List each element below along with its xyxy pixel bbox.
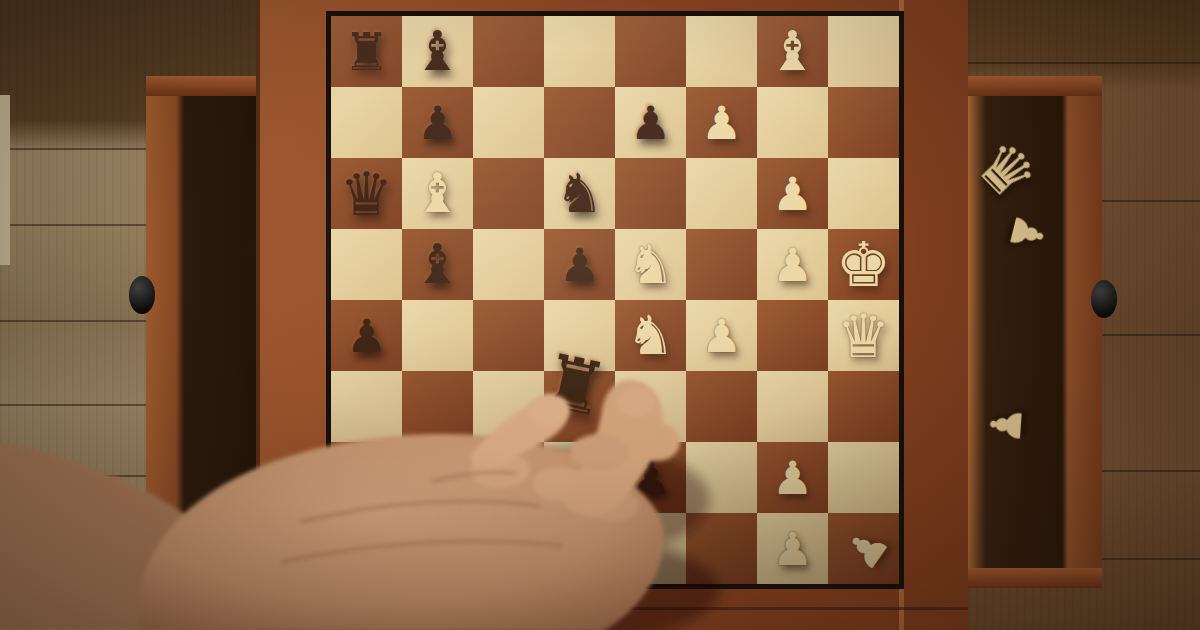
square-b7[interactable]: ♟: [402, 87, 473, 158]
white-pawn-g6[interactable]: ♟: [772, 171, 813, 217]
square-h8[interactable]: [828, 16, 899, 87]
square-e5[interactable]: ♞: [615, 229, 686, 300]
white-pawn-f4[interactable]: ♟: [701, 313, 742, 359]
black-bishop-b8[interactable]: ♝: [413, 24, 462, 79]
square-h1[interactable]: ♟: [828, 513, 899, 584]
black-pawn-e2[interactable]: ♟: [630, 455, 671, 501]
square-e7[interactable]: ♟: [615, 87, 686, 158]
square-c6[interactable]: [473, 158, 544, 229]
black-rook-a8[interactable]: ♜: [343, 26, 390, 78]
square-b4[interactable]: [402, 300, 473, 371]
square-b2[interactable]: [402, 442, 473, 513]
square-b1[interactable]: [402, 513, 473, 584]
black-pawn-b7[interactable]: ♟: [417, 100, 458, 146]
square-h4[interactable]: ♛: [828, 300, 899, 371]
right-drawer-edge: [968, 76, 1102, 96]
square-h6[interactable]: [828, 158, 899, 229]
table-wood-highlight: [0, 95, 10, 265]
square-c2[interactable]: [473, 442, 544, 513]
captured-white-pawn[interactable]: ♟: [985, 405, 1030, 445]
square-a8[interactable]: ♜: [331, 16, 402, 87]
square-e2[interactable]: ♟: [615, 442, 686, 513]
square-b6[interactable]: ♝: [402, 158, 473, 229]
square-c5[interactable]: [473, 229, 544, 300]
square-g2[interactable]: ♟: [757, 442, 828, 513]
board-border: ♜♝♝♟♟♟♛♝♞♟♝♟♞♟♚♟♞♟♛♟♟♟♟: [326, 11, 904, 589]
white-pawn-h1[interactable]: ♟: [838, 520, 897, 578]
square-d1[interactable]: [544, 513, 615, 584]
chess-board: ♜♝♝♟♟♟♛♝♞♟♝♟♞♟♚♟♞♟♛♟♟♟♟: [331, 16, 899, 584]
square-g1[interactable]: ♟: [757, 513, 828, 584]
right-drawer-knob[interactable]: [1091, 280, 1117, 318]
square-h7[interactable]: [828, 87, 899, 158]
black-pawn-d5[interactable]: ♟: [559, 242, 600, 288]
square-c4[interactable]: [473, 300, 544, 371]
square-f4[interactable]: ♟: [686, 300, 757, 371]
square-a7[interactable]: [331, 87, 402, 158]
square-c1[interactable]: [473, 513, 544, 584]
square-h5[interactable]: ♚: [828, 229, 899, 300]
square-d8[interactable]: [544, 16, 615, 87]
square-a3[interactable]: [331, 371, 402, 442]
square-g7[interactable]: [757, 87, 828, 158]
white-bishop-g8[interactable]: ♝: [768, 24, 817, 79]
white-pawn-g2[interactable]: ♟: [772, 455, 813, 501]
square-c3[interactable]: [473, 371, 544, 442]
square-f8[interactable]: [686, 16, 757, 87]
chess-box: ♜♝♝♟♟♟♛♝♞♟♝♟♞♟♚♟♞♟♛♟♟♟♟: [256, 0, 968, 630]
left-drawer-knob[interactable]: [129, 276, 155, 314]
square-h3[interactable]: [828, 371, 899, 442]
square-g8[interactable]: ♝: [757, 16, 828, 87]
square-g3[interactable]: [757, 371, 828, 442]
square-d6[interactable]: ♞: [544, 158, 615, 229]
square-a4[interactable]: ♟: [331, 300, 402, 371]
square-f6[interactable]: [686, 158, 757, 229]
square-b5[interactable]: ♝: [402, 229, 473, 300]
white-knight-e5[interactable]: ♞: [626, 238, 674, 292]
square-e3[interactable]: [615, 371, 686, 442]
square-f5[interactable]: [686, 229, 757, 300]
square-g6[interactable]: ♟: [757, 158, 828, 229]
square-h2[interactable]: [828, 442, 899, 513]
black-pawn-a4[interactable]: ♟: [346, 313, 387, 359]
square-g4[interactable]: [757, 300, 828, 371]
white-bishop-b6[interactable]: ♝: [413, 166, 462, 221]
scene: ♛ ♟ ♟ ♜♝♝♟♟♟♛♝♞♟♝♟♞♟♚♟♞♟♛♟♟♟♟: [0, 0, 1200, 630]
square-c8[interactable]: [473, 16, 544, 87]
square-e4[interactable]: ♞: [615, 300, 686, 371]
left-drawer[interactable]: [146, 76, 258, 588]
white-king-h5[interactable]: ♚: [836, 234, 892, 296]
square-d7[interactable]: [544, 87, 615, 158]
square-b3[interactable]: [402, 371, 473, 442]
square-e1[interactable]: [615, 513, 686, 584]
square-f1[interactable]: [686, 513, 757, 584]
left-drawer-edge: [146, 76, 258, 96]
square-d5[interactable]: ♟: [544, 229, 615, 300]
white-knight-e4[interactable]: ♞: [626, 309, 674, 363]
square-a1[interactable]: [331, 513, 402, 584]
square-f7[interactable]: ♟: [686, 87, 757, 158]
black-pawn-e7[interactable]: ♟: [630, 100, 671, 146]
square-a5[interactable]: [331, 229, 402, 300]
square-c7[interactable]: [473, 87, 544, 158]
white-pawn-g1[interactable]: ♟: [772, 526, 813, 572]
square-e6[interactable]: [615, 158, 686, 229]
white-pawn-f7[interactable]: ♟: [701, 100, 742, 146]
square-g5[interactable]: ♟: [757, 229, 828, 300]
square-b8[interactable]: ♝: [402, 16, 473, 87]
square-f3[interactable]: [686, 371, 757, 442]
black-knight-d6[interactable]: ♞: [555, 167, 603, 221]
square-e8[interactable]: [615, 16, 686, 87]
square-a6[interactable]: ♛: [331, 158, 402, 229]
white-queen-h4[interactable]: ♛: [837, 306, 891, 366]
black-bishop-b5[interactable]: ♝: [413, 237, 462, 292]
square-d2[interactable]: [544, 442, 615, 513]
black-queen-a6[interactable]: ♛: [340, 164, 394, 224]
white-pawn-g5[interactable]: ♟: [772, 242, 813, 288]
square-f2[interactable]: [686, 442, 757, 513]
square-a2[interactable]: [331, 442, 402, 513]
